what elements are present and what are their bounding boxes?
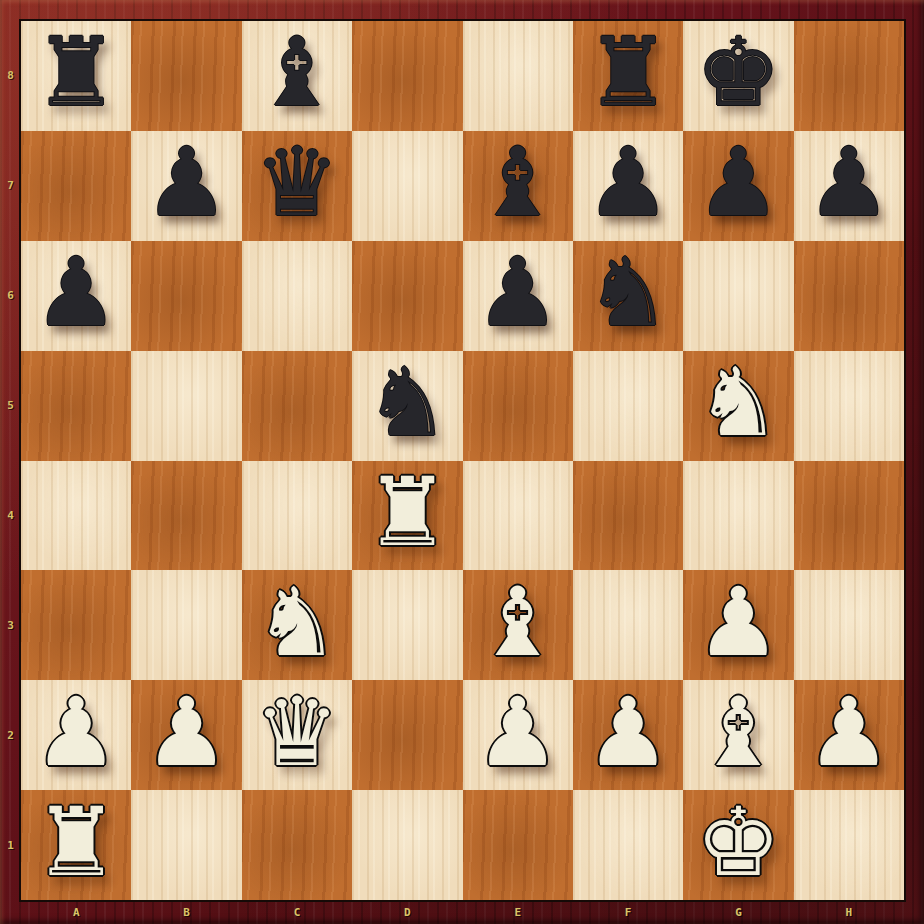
white-bishop[interactable]: ♝ [696, 685, 781, 780]
square-f4[interactable] [573, 461, 683, 571]
square-c6[interactable] [242, 241, 352, 351]
square-e2[interactable]: ♟ [463, 680, 573, 790]
square-a4[interactable] [21, 461, 131, 571]
file-label-e: E [463, 900, 573, 924]
square-f6[interactable]: ♞ [573, 241, 683, 351]
square-e6[interactable]: ♟ [463, 241, 573, 351]
black-pawn[interactable]: ♟ [34, 245, 119, 340]
square-b2[interactable]: ♟ [131, 680, 241, 790]
black-knight[interactable]: ♞ [365, 355, 450, 450]
white-rook[interactable]: ♜ [34, 795, 119, 890]
white-pawn[interactable]: ♟ [696, 575, 781, 670]
square-a7[interactable] [21, 131, 131, 241]
black-king[interactable]: ♚ [696, 25, 781, 120]
square-a5[interactable] [21, 351, 131, 461]
white-rook[interactable]: ♜ [365, 465, 450, 560]
square-f1[interactable] [573, 790, 683, 900]
square-f5[interactable] [573, 351, 683, 461]
square-e3[interactable]: ♝ [463, 570, 573, 680]
white-pawn[interactable]: ♟ [34, 685, 119, 780]
square-a6[interactable]: ♟ [21, 241, 131, 351]
square-h7[interactable]: ♟ [794, 131, 904, 241]
square-e8[interactable] [463, 21, 573, 131]
file-labels: ABCDEFGH [21, 900, 904, 924]
square-f2[interactable]: ♟ [573, 680, 683, 790]
square-b6[interactable] [131, 241, 241, 351]
black-pawn[interactable]: ♟ [696, 135, 781, 230]
chess-board: ♜♝♜♚♟♛♝♟♟♟♟♟♞♞♞♜♞♝♟♟♟♛♟♟♝♟♜♚ [21, 21, 904, 900]
white-pawn[interactable]: ♟ [585, 685, 670, 780]
square-d2[interactable] [352, 680, 462, 790]
black-pawn[interactable]: ♟ [585, 135, 670, 230]
square-e5[interactable] [463, 351, 573, 461]
rank-label-6: 6 [0, 241, 21, 351]
black-rook[interactable]: ♜ [585, 25, 670, 120]
square-d7[interactable] [352, 131, 462, 241]
square-g5[interactable]: ♞ [683, 351, 793, 461]
square-a8[interactable]: ♜ [21, 21, 131, 131]
square-d6[interactable] [352, 241, 462, 351]
rank-label-8: 8 [0, 21, 21, 131]
file-label-h: H [794, 900, 904, 924]
square-g6[interactable] [683, 241, 793, 351]
square-d8[interactable] [352, 21, 462, 131]
square-b3[interactable] [131, 570, 241, 680]
board-frame: 87654321 ABCDEFGH ♜♝♜♚♟♛♝♟♟♟♟♟♞♞♞♜♞♝♟♟♟♛… [0, 0, 924, 924]
black-pawn[interactable]: ♟ [475, 245, 560, 340]
square-h6[interactable] [794, 241, 904, 351]
black-queen[interactable]: ♛ [254, 135, 339, 230]
rank-label-3: 3 [0, 570, 21, 680]
square-f7[interactable]: ♟ [573, 131, 683, 241]
square-g2[interactable]: ♝ [683, 680, 793, 790]
white-bishop[interactable]: ♝ [475, 575, 560, 670]
square-h3[interactable] [794, 570, 904, 680]
rank-label-5: 5 [0, 351, 21, 461]
file-label-a: A [21, 900, 131, 924]
square-h2[interactable]: ♟ [794, 680, 904, 790]
white-pawn[interactable]: ♟ [475, 685, 560, 780]
file-label-c: C [242, 900, 352, 924]
black-bishop[interactable]: ♝ [254, 25, 339, 120]
square-a1[interactable]: ♜ [21, 790, 131, 900]
square-g7[interactable]: ♟ [683, 131, 793, 241]
rank-label-2: 2 [0, 680, 21, 790]
square-h1[interactable] [794, 790, 904, 900]
square-g1[interactable]: ♚ [683, 790, 793, 900]
file-label-g: G [683, 900, 793, 924]
black-bishop[interactable]: ♝ [475, 135, 560, 230]
square-c8[interactable]: ♝ [242, 21, 352, 131]
black-rook[interactable]: ♜ [34, 25, 119, 120]
white-king[interactable]: ♚ [696, 795, 781, 890]
file-label-f: F [573, 900, 683, 924]
square-b5[interactable] [131, 351, 241, 461]
black-knight[interactable]: ♞ [585, 245, 670, 340]
square-c7[interactable]: ♛ [242, 131, 352, 241]
square-g3[interactable]: ♟ [683, 570, 793, 680]
square-c2[interactable]: ♛ [242, 680, 352, 790]
square-c1[interactable] [242, 790, 352, 900]
rank-labels: 87654321 [0, 21, 21, 900]
square-b8[interactable] [131, 21, 241, 131]
white-queen[interactable]: ♛ [254, 685, 339, 780]
square-d4[interactable]: ♜ [352, 461, 462, 571]
rank-label-7: 7 [0, 131, 21, 241]
square-b4[interactable] [131, 461, 241, 571]
square-d3[interactable] [352, 570, 462, 680]
square-e1[interactable] [463, 790, 573, 900]
square-a2[interactable]: ♟ [21, 680, 131, 790]
black-pawn[interactable]: ♟ [806, 135, 891, 230]
file-label-d: D [352, 900, 462, 924]
square-h4[interactable] [794, 461, 904, 571]
white-knight[interactable]: ♞ [254, 575, 339, 670]
square-c3[interactable]: ♞ [242, 570, 352, 680]
square-b7[interactable]: ♟ [131, 131, 241, 241]
square-h5[interactable] [794, 351, 904, 461]
white-pawn[interactable]: ♟ [144, 685, 229, 780]
square-g4[interactable] [683, 461, 793, 571]
square-f3[interactable] [573, 570, 683, 680]
square-e4[interactable] [463, 461, 573, 571]
white-knight[interactable]: ♞ [696, 355, 781, 450]
white-pawn[interactable]: ♟ [806, 685, 891, 780]
square-c5[interactable] [242, 351, 352, 461]
square-a3[interactable] [21, 570, 131, 680]
square-b1[interactable] [131, 790, 241, 900]
square-d1[interactable] [352, 790, 462, 900]
square-g8[interactable]: ♚ [683, 21, 793, 131]
rank-label-4: 4 [0, 461, 21, 571]
rank-label-1: 1 [0, 790, 21, 900]
square-f8[interactable]: ♜ [573, 21, 683, 131]
square-e7[interactable]: ♝ [463, 131, 573, 241]
square-d5[interactable]: ♞ [352, 351, 462, 461]
file-label-b: B [131, 900, 241, 924]
square-c4[interactable] [242, 461, 352, 571]
square-h8[interactable] [794, 21, 904, 131]
black-pawn[interactable]: ♟ [144, 135, 229, 230]
